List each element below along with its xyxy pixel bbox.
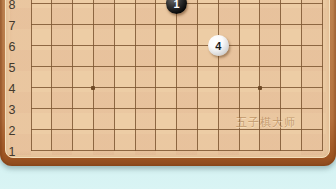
stone-move-number: 4	[215, 40, 221, 52]
gomoku-app-screen: 五子棋大师 87654321 14	[0, 0, 336, 189]
stones-layer: 14	[0, 0, 336, 189]
stone-move-number: 1	[174, 0, 180, 10]
stone-white-4: 4	[208, 35, 229, 56]
stone-black-1: 1	[166, 0, 187, 14]
